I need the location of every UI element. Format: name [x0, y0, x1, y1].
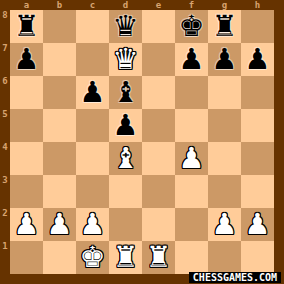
square-h6[interactable]	[241, 76, 274, 109]
square-d2[interactable]	[109, 208, 142, 241]
square-f4[interactable]: ♟	[175, 142, 208, 175]
square-f3[interactable]	[175, 175, 208, 208]
file-label-g: g	[208, 0, 241, 10]
square-b2[interactable]: ♟	[43, 208, 76, 241]
chess-board-frame: abcdefgh 87654321 ♜♛♚♜♟♛♟♟♟♟♝♟♝♟♟♟♟♟♟♚♜♜…	[0, 0, 284, 284]
square-b6[interactable]	[43, 76, 76, 109]
square-d8[interactable]: ♛	[109, 10, 142, 43]
rank-label-6: 6	[0, 76, 10, 109]
white-pawn-c2: ♟	[80, 208, 106, 241]
square-g2[interactable]: ♟	[208, 208, 241, 241]
square-h4[interactable]	[241, 142, 274, 175]
rank-label-4: 4	[0, 142, 10, 175]
square-d5[interactable]: ♟	[109, 109, 142, 142]
black-pawn-a7: ♟	[14, 43, 40, 76]
square-h1[interactable]	[241, 241, 274, 274]
square-h2[interactable]: ♟	[241, 208, 274, 241]
white-pawn-h2: ♟	[245, 208, 271, 241]
square-f6[interactable]	[175, 76, 208, 109]
file-label-a: a	[10, 0, 43, 10]
square-c5[interactable]	[76, 109, 109, 142]
white-queen-d7: ♛	[113, 43, 139, 76]
square-h8[interactable]	[241, 10, 274, 43]
square-d6[interactable]: ♝	[109, 76, 142, 109]
square-d3[interactable]	[109, 175, 142, 208]
square-c6[interactable]: ♟	[76, 76, 109, 109]
chess-board: ♜♛♚♜♟♛♟♟♟♟♝♟♝♟♟♟♟♟♟♚♜♜	[10, 10, 274, 274]
square-f2[interactable]	[175, 208, 208, 241]
square-f1[interactable]	[175, 241, 208, 274]
black-bishop-d6: ♝	[113, 76, 139, 109]
square-a4[interactable]	[10, 142, 43, 175]
square-c1[interactable]: ♚	[76, 241, 109, 274]
file-label-b: b	[43, 0, 76, 10]
square-e1[interactable]: ♜	[142, 241, 175, 274]
file-label-f: f	[175, 0, 208, 10]
square-g7[interactable]: ♟	[208, 43, 241, 76]
square-h5[interactable]	[241, 109, 274, 142]
square-b4[interactable]	[43, 142, 76, 175]
white-pawn-a2: ♟	[14, 208, 40, 241]
rank-label-1: 1	[0, 241, 10, 274]
rank-label-8: 8	[0, 10, 10, 43]
square-g6[interactable]	[208, 76, 241, 109]
square-d7[interactable]: ♛	[109, 43, 142, 76]
square-g5[interactable]	[208, 109, 241, 142]
square-e8[interactable]	[142, 10, 175, 43]
rank-label-3: 3	[0, 175, 10, 208]
white-rook-e1: ♜	[146, 241, 172, 274]
square-a6[interactable]	[10, 76, 43, 109]
square-a8[interactable]: ♜	[10, 10, 43, 43]
square-b1[interactable]	[43, 241, 76, 274]
white-king-c1: ♚	[80, 241, 106, 274]
square-e5[interactable]	[142, 109, 175, 142]
square-a5[interactable]	[10, 109, 43, 142]
square-b8[interactable]	[43, 10, 76, 43]
black-pawn-c6: ♟	[80, 76, 106, 109]
square-c4[interactable]	[76, 142, 109, 175]
square-h3[interactable]	[241, 175, 274, 208]
black-pawn-g7: ♟	[212, 43, 238, 76]
square-d1[interactable]: ♜	[109, 241, 142, 274]
white-pawn-b2: ♟	[47, 208, 73, 241]
black-pawn-h7: ♟	[245, 43, 271, 76]
file-label-c: c	[76, 0, 109, 10]
square-f8[interactable]: ♚	[175, 10, 208, 43]
white-bishop-d4: ♝	[113, 142, 139, 175]
square-g4[interactable]	[208, 142, 241, 175]
square-a2[interactable]: ♟	[10, 208, 43, 241]
square-a3[interactable]	[10, 175, 43, 208]
rank-label-2: 2	[0, 208, 10, 241]
white-rook-d1: ♜	[113, 241, 139, 274]
square-c3[interactable]	[76, 175, 109, 208]
rank-label-7: 7	[0, 43, 10, 76]
square-e6[interactable]	[142, 76, 175, 109]
file-label-h: h	[241, 0, 274, 10]
square-c2[interactable]: ♟	[76, 208, 109, 241]
chessgames-branding[interactable]: CHESSGAMES.COM	[189, 272, 281, 283]
square-a1[interactable]	[10, 241, 43, 274]
file-label-e: e	[142, 0, 175, 10]
square-a7[interactable]: ♟	[10, 43, 43, 76]
square-f7[interactable]: ♟	[175, 43, 208, 76]
black-rook-g8: ♜	[212, 10, 238, 43]
black-pawn-f7: ♟	[179, 43, 205, 76]
file-labels: abcdefgh	[10, 0, 274, 10]
square-e7[interactable]	[142, 43, 175, 76]
white-pawn-g2: ♟	[212, 208, 238, 241]
square-g8[interactable]: ♜	[208, 10, 241, 43]
square-b3[interactable]	[43, 175, 76, 208]
square-b5[interactable]	[43, 109, 76, 142]
square-g1[interactable]	[208, 241, 241, 274]
square-h7[interactable]: ♟	[241, 43, 274, 76]
square-f5[interactable]	[175, 109, 208, 142]
square-c7[interactable]	[76, 43, 109, 76]
rank-labels: 87654321	[0, 10, 10, 274]
square-g3[interactable]	[208, 175, 241, 208]
file-label-d: d	[109, 0, 142, 10]
black-king-f8: ♚	[179, 10, 205, 43]
square-e2[interactable]	[142, 208, 175, 241]
square-c8[interactable]	[76, 10, 109, 43]
black-pawn-d5: ♟	[113, 109, 139, 142]
black-queen-d8: ♛	[113, 10, 139, 43]
square-e4[interactable]	[142, 142, 175, 175]
rank-label-5: 5	[0, 109, 10, 142]
white-pawn-f4: ♟	[179, 142, 205, 175]
square-b7[interactable]	[43, 43, 76, 76]
square-d4[interactable]: ♝	[109, 142, 142, 175]
square-e3[interactable]	[142, 175, 175, 208]
black-rook-a8: ♜	[14, 10, 40, 43]
